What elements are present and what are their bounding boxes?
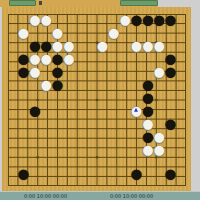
stone-white: ● (41, 52, 52, 65)
empty-intersection[interactable] (89, 65, 96, 78)
stone-white: ● (29, 65, 40, 78)
stone-black: ● (131, 13, 142, 26)
empty-intersection[interactable] (41, 26, 52, 39)
empty-intersection[interactable] (97, 65, 108, 78)
empty-intersection[interactable] (176, 39, 183, 52)
empty-intersection[interactable] (52, 91, 63, 104)
empty-intersection[interactable] (165, 78, 176, 91)
empty-intersection[interactable] (89, 117, 96, 130)
stone-black: ● (165, 167, 176, 180)
empty-intersection[interactable] (97, 167, 108, 180)
empty-intersection[interactable] (3, 104, 10, 117)
empty-intersection[interactable] (153, 104, 164, 117)
status-text-right: 0:00 10:00 00:00 (110, 194, 153, 199)
empty-intersection[interactable] (10, 91, 17, 104)
intersection[interactable]: ● (131, 167, 142, 180)
empty-intersection[interactable] (131, 65, 142, 78)
empty-intersection[interactable] (184, 91, 191, 104)
intersection[interactable]: ● (142, 78, 153, 91)
stone-black: ● (165, 117, 176, 130)
empty-intersection[interactable] (142, 52, 153, 65)
empty-intersection[interactable] (176, 104, 183, 117)
empty-intersection[interactable] (18, 78, 29, 91)
empty-intersection[interactable] (41, 143, 52, 156)
intersection[interactable]: ● (52, 78, 63, 91)
empty-intersection[interactable] (3, 78, 10, 91)
intersection[interactable]: ● (41, 78, 52, 91)
empty-intersection[interactable] (75, 13, 82, 26)
intersection[interactable]: ● (142, 143, 153, 156)
empty-intersection[interactable] (108, 52, 119, 65)
intersection[interactable]: ● (52, 39, 63, 52)
empty-intersection[interactable] (63, 26, 74, 39)
empty-intersection[interactable] (108, 91, 119, 104)
empty-intersection[interactable] (29, 143, 40, 156)
empty-intersection[interactable] (176, 65, 183, 78)
empty-intersection[interactable] (108, 104, 119, 117)
intersection[interactable]: ● (18, 52, 29, 65)
intersection[interactable]: ● (29, 65, 40, 78)
empty-intersection[interactable] (119, 39, 130, 52)
empty-intersection[interactable] (3, 117, 10, 130)
empty-intersection[interactable] (63, 167, 74, 180)
toolbar-strip-gray (158, 0, 200, 7)
empty-intersection[interactable] (142, 26, 153, 39)
stone-white: ● (18, 26, 29, 39)
empty-intersection[interactable] (97, 104, 108, 117)
intersection[interactable]: ● (153, 130, 164, 143)
stone-white: ● (63, 52, 74, 65)
empty-intersection[interactable] (131, 117, 142, 130)
empty-intersection[interactable] (29, 130, 40, 143)
empty-intersection[interactable] (184, 130, 191, 143)
stone-white: ● (153, 65, 164, 78)
empty-intersection[interactable] (75, 167, 82, 180)
stone-white: ● (108, 26, 119, 39)
intersection[interactable]: ● (97, 39, 108, 52)
empty-intersection[interactable] (89, 78, 96, 91)
intersection[interactable]: ● (29, 13, 40, 26)
empty-intersection[interactable] (89, 52, 96, 65)
empty-intersection[interactable] (119, 130, 130, 143)
empty-intersection[interactable] (108, 78, 119, 91)
empty-intersection[interactable] (97, 52, 108, 65)
empty-intersection[interactable] (97, 78, 108, 91)
intersection[interactable]: ● (131, 104, 142, 117)
empty-intersection[interactable] (89, 143, 96, 156)
empty-intersection[interactable] (3, 65, 10, 78)
empty-intersection[interactable] (142, 167, 153, 180)
intersection[interactable]: ● (165, 65, 176, 78)
stone-white: ● (131, 39, 142, 52)
empty-intersection[interactable] (165, 39, 176, 52)
empty-intersection[interactable] (63, 130, 74, 143)
intersection[interactable]: ● (142, 117, 153, 130)
stone-white: ● (52, 26, 63, 39)
empty-intersection[interactable] (75, 39, 82, 52)
intersection[interactable]: ● (18, 167, 29, 180)
empty-intersection[interactable] (3, 26, 10, 39)
empty-intersection[interactable] (176, 91, 183, 104)
intersection[interactable]: ● (153, 65, 164, 78)
empty-intersection[interactable] (108, 65, 119, 78)
intersection[interactable]: ● (142, 13, 153, 26)
empty-intersection[interactable] (165, 91, 176, 104)
stone-black: ● (52, 78, 63, 91)
stone-black: ● (165, 52, 176, 65)
empty-intersection[interactable] (63, 13, 74, 26)
toolbar-button-left[interactable] (9, 0, 36, 6)
empty-intersection[interactable] (10, 117, 17, 130)
stone-black: ● (18, 167, 29, 180)
empty-intersection[interactable] (89, 26, 96, 39)
empty-intersection[interactable] (119, 91, 130, 104)
empty-intersection[interactable] (131, 130, 142, 143)
intersection[interactable]: ● (165, 13, 176, 26)
last-move-mark-icon (134, 108, 138, 112)
intersection[interactable]: ● (131, 13, 142, 26)
empty-intersection[interactable] (153, 167, 164, 180)
empty-intersection[interactable] (10, 26, 17, 39)
empty-intersection[interactable] (184, 13, 191, 26)
empty-intersection[interactable] (18, 117, 29, 130)
empty-intersection[interactable] (63, 78, 74, 91)
empty-intersection[interactable] (41, 167, 52, 180)
intersection[interactable]: ● (29, 104, 40, 117)
empty-intersection[interactable] (119, 26, 130, 39)
intersection[interactable]: ● (41, 52, 52, 65)
stone-black: ● (142, 13, 153, 26)
empty-intersection[interactable] (97, 117, 108, 130)
stone-white: ● (41, 13, 52, 26)
stone-black: ● (165, 65, 176, 78)
empty-intersection[interactable] (131, 78, 142, 91)
empty-intersection[interactable] (108, 143, 119, 156)
empty-intersection[interactable] (63, 65, 74, 78)
empty-intersection[interactable] (41, 65, 52, 78)
empty-intersection[interactable] (82, 91, 89, 104)
empty-intersection[interactable] (119, 143, 130, 156)
empty-intersection[interactable] (41, 117, 52, 130)
intersection[interactable]: ● (18, 26, 29, 39)
empty-intersection[interactable] (119, 117, 130, 130)
empty-intersection[interactable] (153, 52, 164, 65)
empty-intersection[interactable] (82, 39, 89, 52)
toolbar-button-right[interactable] (120, 0, 158, 6)
empty-intersection[interactable] (10, 104, 17, 117)
empty-intersection[interactable] (153, 26, 164, 39)
stone-white: ● (119, 13, 130, 26)
empty-intersection[interactable] (41, 130, 52, 143)
empty-intersection[interactable] (119, 104, 130, 117)
empty-intersection[interactable] (3, 167, 10, 180)
empty-intersection[interactable] (41, 91, 52, 104)
empty-intersection[interactable] (97, 143, 108, 156)
stone-black: ● (153, 13, 164, 26)
stone-black: ● (18, 65, 29, 78)
empty-intersection[interactable] (10, 167, 17, 180)
empty-intersection[interactable] (165, 130, 176, 143)
empty-intersection[interactable] (75, 117, 82, 130)
empty-intersection[interactable] (165, 26, 176, 39)
empty-intersection[interactable] (10, 143, 17, 156)
stone-black: ● (41, 39, 52, 52)
empty-intersection[interactable] (108, 167, 119, 180)
stone-black: ● (29, 104, 40, 117)
empty-intersection[interactable] (184, 52, 191, 65)
empty-intersection[interactable] (176, 26, 183, 39)
stone-white: ● (41, 78, 52, 91)
intersection[interactable]: ● (52, 26, 63, 39)
empty-intersection[interactable] (131, 52, 142, 65)
stone-black: ● (142, 104, 153, 117)
stone-black: ● (131, 167, 142, 180)
empty-intersection[interactable] (176, 78, 183, 91)
intersection[interactable]: ● (52, 65, 63, 78)
empty-intersection[interactable] (52, 130, 63, 143)
empty-intersection[interactable] (119, 167, 130, 180)
empty-intersection[interactable] (97, 91, 108, 104)
intersection[interactable]: ● (142, 130, 153, 143)
empty-intersection[interactable] (75, 143, 82, 156)
empty-intersection[interactable] (10, 78, 17, 91)
empty-intersection[interactable] (75, 78, 82, 91)
empty-intersection[interactable] (176, 117, 183, 130)
empty-intersection[interactable] (52, 13, 63, 26)
empty-intersection[interactable] (89, 13, 96, 26)
stone-black: ● (142, 130, 153, 143)
intersection[interactable]: ● (108, 26, 119, 39)
empty-intersection[interactable] (176, 130, 183, 143)
empty-intersection[interactable] (18, 143, 29, 156)
stone-white: ● (153, 143, 164, 156)
intersection[interactable]: ● (18, 65, 29, 78)
empty-intersection[interactable] (97, 13, 108, 26)
empty-intersection[interactable] (89, 104, 96, 117)
intersection[interactable]: ● (63, 39, 74, 52)
empty-intersection[interactable] (184, 39, 191, 52)
intersection[interactable]: ● (131, 39, 142, 52)
empty-intersection[interactable] (75, 26, 82, 39)
empty-intersection[interactable] (18, 104, 29, 117)
empty-intersection[interactable] (75, 104, 82, 117)
empty-intersection[interactable] (3, 52, 10, 65)
intersection[interactable]: ● (153, 13, 164, 26)
empty-intersection[interactable] (153, 117, 164, 130)
empty-intersection[interactable] (184, 26, 191, 39)
empty-intersection[interactable] (82, 52, 89, 65)
empty-intersection[interactable] (142, 65, 153, 78)
empty-intersection[interactable] (18, 91, 29, 104)
empty-intersection[interactable] (82, 117, 89, 130)
empty-intersection[interactable] (63, 91, 74, 104)
stone-black: ● (18, 52, 29, 65)
empty-intersection[interactable] (82, 78, 89, 91)
empty-intersection[interactable] (18, 13, 29, 26)
empty-intersection[interactable] (89, 39, 96, 52)
go-board[interactable]: ●●●●●●●●●●●●●●●●●●●●●●●●●●●●●●●●●●●●●●●●… (2, 7, 191, 191)
empty-intersection[interactable] (184, 143, 191, 156)
empty-intersection[interactable] (75, 91, 82, 104)
go-app-window: ●●●●●●●●●●●●●●●●●●●●●●●●●●●●●●●●●●●●●●●●… (0, 0, 200, 200)
empty-intersection[interactable] (184, 104, 191, 117)
empty-intersection[interactable] (176, 167, 183, 180)
stone-white: ● (153, 39, 164, 52)
empty-intersection[interactable] (184, 167, 191, 180)
empty-intersection[interactable] (82, 104, 89, 117)
empty-intersection[interactable] (184, 117, 191, 130)
toolbar-icon (39, 1, 42, 5)
stone-white: ● (29, 52, 40, 65)
empty-intersection[interactable] (52, 167, 63, 180)
empty-intersection[interactable] (63, 104, 74, 117)
empty-intersection[interactable] (41, 104, 52, 117)
empty-intersection[interactable] (165, 143, 176, 156)
empty-intersection[interactable] (3, 13, 10, 26)
empty-intersection[interactable] (119, 52, 130, 65)
empty-intersection[interactable] (131, 143, 142, 156)
empty-intersection[interactable] (153, 78, 164, 91)
stone-black: ● (52, 52, 63, 65)
empty-intersection[interactable] (10, 130, 17, 143)
empty-intersection[interactable] (3, 91, 10, 104)
empty-intersection[interactable] (75, 52, 82, 65)
empty-intersection[interactable] (75, 65, 82, 78)
empty-intersection[interactable] (3, 143, 10, 156)
stone-white: ● (29, 13, 40, 26)
empty-intersection[interactable] (52, 117, 63, 130)
stone-black: ● (52, 65, 63, 78)
intersection[interactable]: ● (29, 39, 40, 52)
intersection[interactable]: ● (63, 52, 74, 65)
empty-intersection[interactable] (63, 117, 74, 130)
empty-intersection[interactable] (10, 13, 17, 26)
empty-intersection[interactable] (184, 65, 191, 78)
status-bar: 0:00 10:00 00:00 0:00 10:00 00:00 (0, 191, 200, 200)
empty-intersection[interactable] (153, 91, 164, 104)
empty-intersection[interactable] (29, 78, 40, 91)
stone-white: ● (97, 39, 108, 52)
empty-intersection[interactable] (52, 143, 63, 156)
intersection[interactable]: ● (29, 52, 40, 65)
intersection[interactable]: ● (165, 52, 176, 65)
empty-intersection[interactable] (29, 117, 40, 130)
stone-black: ● (142, 78, 153, 91)
stone-black: ● (29, 39, 40, 52)
empty-intersection[interactable] (29, 167, 40, 180)
empty-intersection[interactable] (10, 52, 17, 65)
stone-white: ● (142, 143, 153, 156)
empty-intersection[interactable] (97, 130, 108, 143)
empty-intersection[interactable] (82, 130, 89, 143)
intersection[interactable]: ● (153, 39, 164, 52)
intersection[interactable]: ● (153, 143, 164, 156)
intersection[interactable]: ● (119, 13, 130, 26)
empty-intersection[interactable] (176, 52, 183, 65)
stone-white: ● (63, 39, 74, 52)
empty-intersection[interactable] (63, 143, 74, 156)
empty-intersection[interactable] (82, 167, 89, 180)
empty-intersection[interactable] (89, 91, 96, 104)
empty-intersection[interactable] (119, 78, 130, 91)
stone-white: ● (153, 130, 164, 143)
empty-intersection[interactable] (18, 130, 29, 143)
stone-black: ● (142, 91, 153, 104)
empty-intersection[interactable] (82, 13, 89, 26)
empty-intersection[interactable] (97, 26, 108, 39)
empty-intersection[interactable] (82, 26, 89, 39)
empty-intersection[interactable] (119, 65, 130, 78)
intersection[interactable]: ● (41, 39, 52, 52)
stone-white: ● (142, 39, 153, 52)
empty-intersection[interactable] (18, 39, 29, 52)
stone-white: ● (142, 117, 153, 130)
empty-intersection[interactable] (3, 39, 10, 52)
intersection[interactable]: ● (142, 39, 153, 52)
empty-intersection[interactable] (52, 104, 63, 117)
empty-intersection[interactable] (108, 39, 119, 52)
empty-intersection[interactable] (108, 130, 119, 143)
empty-intersection[interactable] (82, 65, 89, 78)
empty-intersection[interactable] (82, 143, 89, 156)
empty-intersection[interactable] (10, 65, 17, 78)
status-text-left: 0:00 10:00 00:00 (24, 194, 67, 199)
empty-intersection[interactable] (176, 13, 183, 26)
empty-intersection[interactable] (165, 104, 176, 117)
intersection[interactable]: ● (142, 91, 153, 104)
empty-intersection[interactable] (108, 13, 119, 26)
empty-intersection[interactable] (10, 39, 17, 52)
stone-black: ● (165, 13, 176, 26)
empty-intersection[interactable] (75, 130, 82, 143)
intersection[interactable]: ● (165, 117, 176, 130)
empty-intersection[interactable] (108, 117, 119, 130)
empty-intersection[interactable] (176, 143, 183, 156)
empty-intersection[interactable] (29, 91, 40, 104)
intersection[interactable]: ● (142, 104, 153, 117)
intersection[interactable]: ● (52, 52, 63, 65)
empty-intersection[interactable] (89, 130, 96, 143)
stone-white: ● (52, 39, 63, 52)
empty-intersection[interactable] (29, 26, 40, 39)
board-grid: ●●●●●●●●●●●●●●●●●●●●●●●●●●●●●●●●●●●●●●●●… (3, 9, 191, 191)
empty-intersection[interactable] (3, 130, 10, 143)
intersection[interactable]: ● (41, 13, 52, 26)
empty-intersection[interactable] (184, 78, 191, 91)
intersection[interactable]: ● (165, 167, 176, 180)
empty-intersection[interactable] (131, 91, 142, 104)
empty-intersection[interactable] (131, 26, 142, 39)
empty-intersection[interactable] (89, 167, 96, 180)
